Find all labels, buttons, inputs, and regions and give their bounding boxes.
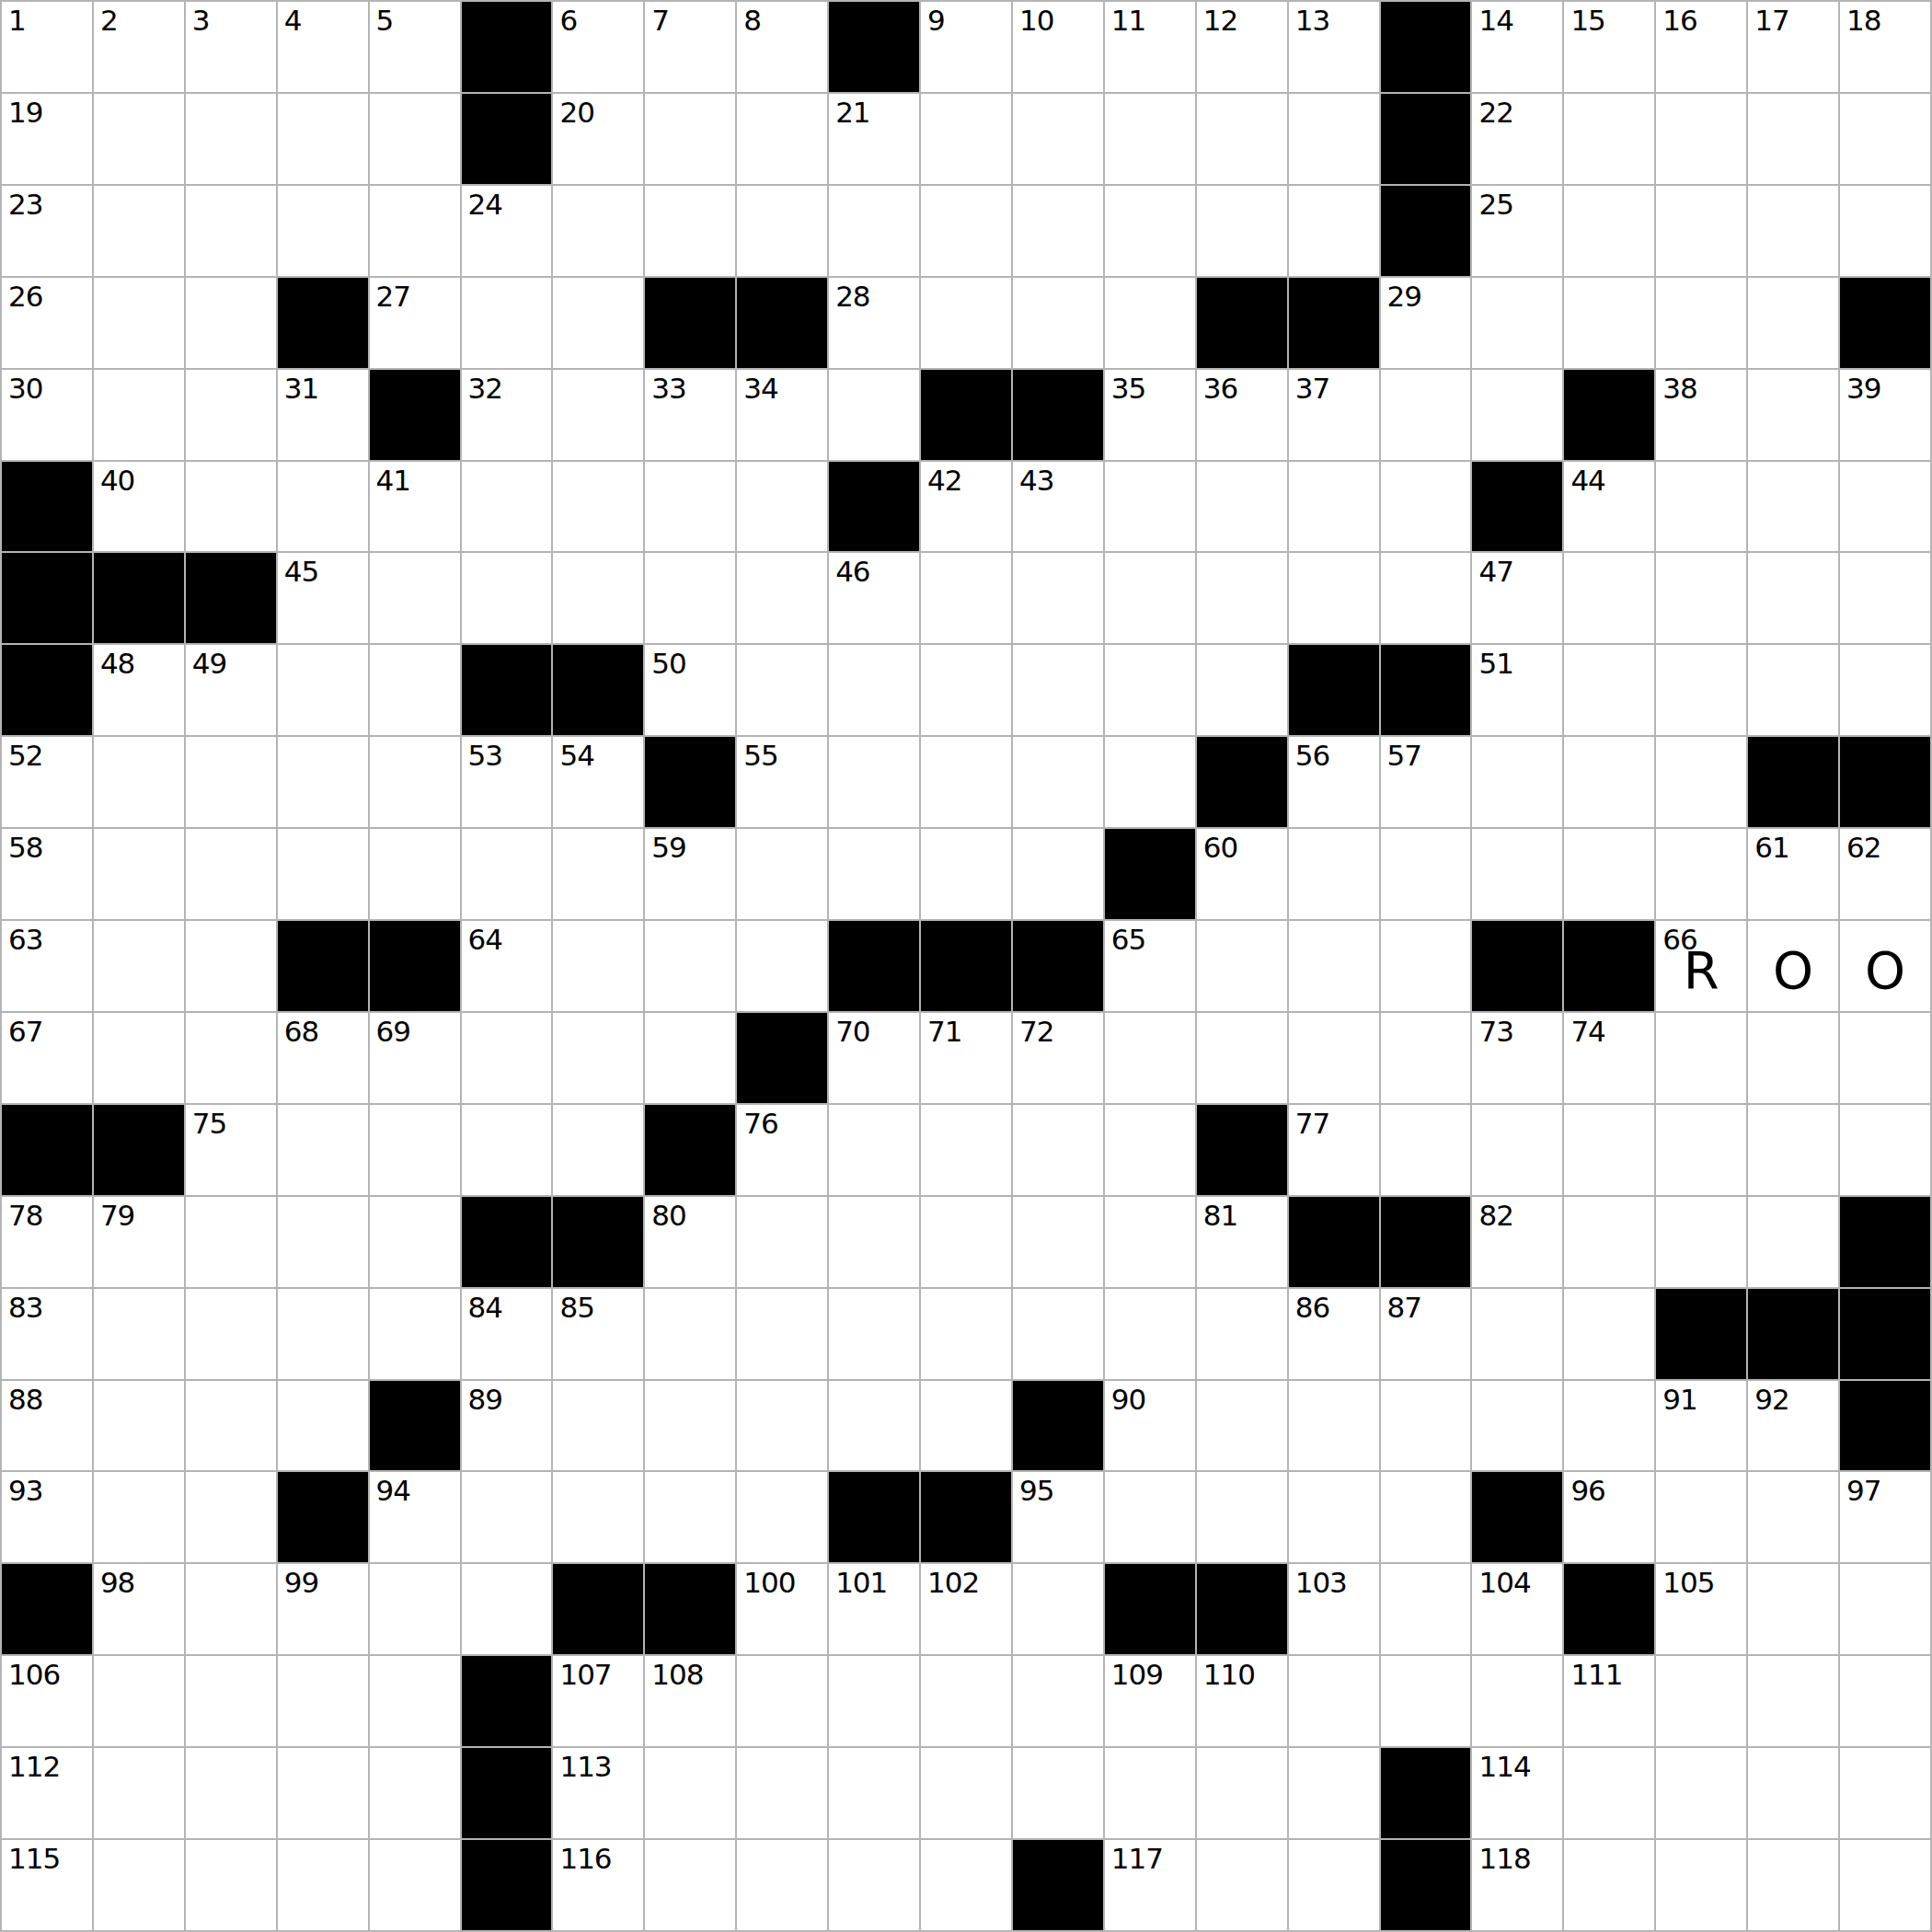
cell-r8c19[interactable] [1656,645,1748,737]
cell-r14c18[interactable] [1564,1197,1656,1289]
cell-r18c6[interactable] [462,1564,554,1656]
cell-r17c16[interactable] [1381,1472,1473,1564]
cell-r10c1[interactable]: 58 [2,829,94,921]
cell-r15c4[interactable] [278,1289,370,1381]
cell-r6c8[interactable] [645,462,737,554]
cell-r19c7[interactable]: 107 [553,1656,645,1748]
cell-r1c11[interactable]: 9 [921,2,1013,94]
cell-r14c13[interactable] [1105,1197,1197,1289]
cell-r11c6[interactable]: 64 [462,921,554,1013]
cell-r3c15[interactable] [1289,186,1381,278]
cell-r15c7[interactable]: 85 [553,1289,645,1381]
cell-r10c7[interactable] [553,829,645,921]
cell-r6c14[interactable] [1197,462,1289,554]
cell-r4c6[interactable] [462,278,554,370]
cell-r7c21[interactable] [1840,553,1932,645]
cell-r12c5[interactable]: 69 [370,1013,462,1105]
cell-r8c3[interactable]: 49 [186,645,278,737]
cell-r2c19[interactable] [1656,94,1748,186]
cell-r19c9[interactable] [737,1656,829,1748]
cell-r3c1[interactable]: 23 [2,186,94,278]
cell-r20c12[interactable] [1013,1748,1105,1840]
cell-r12c14[interactable] [1197,1013,1289,1105]
cell-r6c20[interactable] [1748,462,1840,554]
cell-r3c12[interactable] [1013,186,1105,278]
cell-r19c10[interactable] [829,1656,921,1748]
cell-r2c5[interactable] [370,94,462,186]
cell-r21c21[interactable] [1840,1840,1932,1932]
cell-r21c10[interactable] [829,1840,921,1932]
cell-r14c10[interactable] [829,1197,921,1289]
cell-r3c21[interactable] [1840,186,1932,278]
cell-r13c16[interactable] [1381,1105,1473,1197]
cell-r5c21[interactable]: 39 [1840,370,1932,462]
cell-r10c10[interactable] [829,829,921,921]
cell-r17c5[interactable]: 94 [370,1472,462,1564]
cell-r9c19[interactable] [1656,737,1748,829]
cell-r21c8[interactable] [645,1840,737,1932]
cell-r18c19[interactable]: 105 [1656,1564,1748,1656]
cell-r3c6[interactable]: 24 [462,186,554,278]
cell-r12c8[interactable] [645,1013,737,1105]
cell-r19c21[interactable] [1840,1656,1932,1748]
cell-r2c15[interactable] [1289,94,1381,186]
cell-r4c18[interactable] [1564,278,1656,370]
cell-r8c17[interactable]: 51 [1472,645,1564,737]
cell-r11c8[interactable] [645,921,737,1013]
cell-r16c11[interactable] [921,1381,1013,1473]
cell-r18c12[interactable] [1013,1564,1105,1656]
cell-r18c21[interactable] [1840,1564,1932,1656]
cell-r17c13[interactable] [1105,1472,1197,1564]
cell-r10c15[interactable] [1289,829,1381,921]
cell-r3c14[interactable] [1197,186,1289,278]
cell-r13c12[interactable] [1013,1105,1105,1197]
cell-r6c12[interactable]: 43 [1013,462,1105,554]
cell-r13c5[interactable] [370,1105,462,1197]
cell-r10c8[interactable]: 59 [645,829,737,921]
cell-r8c18[interactable] [1564,645,1656,737]
cell-r20c14[interactable] [1197,1748,1289,1840]
cell-r6c21[interactable] [1840,462,1932,554]
cell-r17c8[interactable] [645,1472,737,1564]
cell-r15c3[interactable] [186,1289,278,1381]
cell-r8c5[interactable] [370,645,462,737]
cell-r10c4[interactable] [278,829,370,921]
cell-r14c8[interactable]: 80 [645,1197,737,1289]
cell-r13c18[interactable] [1564,1105,1656,1197]
cell-r7c11[interactable] [921,553,1013,645]
cell-r5c19[interactable]: 38 [1656,370,1748,462]
cell-r1c19[interactable]: 16 [1656,2,1748,94]
cell-r16c14[interactable] [1197,1381,1289,1473]
cell-r10c11[interactable] [921,829,1013,921]
cell-r19c5[interactable] [370,1656,462,1748]
cell-r7c14[interactable] [1197,553,1289,645]
cell-r20c7[interactable]: 113 [553,1748,645,1840]
cell-r2c20[interactable] [1748,94,1840,186]
cell-r5c15[interactable]: 37 [1289,370,1381,462]
cell-r1c15[interactable]: 13 [1289,2,1381,94]
cell-r12c10[interactable]: 70 [829,1013,921,1105]
cell-r7c8[interactable] [645,553,737,645]
cell-r13c7[interactable] [553,1105,645,1197]
cell-r19c12[interactable] [1013,1656,1105,1748]
cell-r15c15[interactable]: 86 [1289,1289,1381,1381]
cell-r4c7[interactable] [553,278,645,370]
cell-r7c19[interactable] [1656,553,1748,645]
cell-r1c13[interactable]: 11 [1105,2,1197,94]
cell-r20c19[interactable] [1656,1748,1748,1840]
cell-r17c7[interactable] [553,1472,645,1564]
cell-r8c13[interactable] [1105,645,1197,737]
cell-r18c5[interactable] [370,1564,462,1656]
cell-r17c9[interactable] [737,1472,829,1564]
cell-r2c1[interactable]: 19 [2,94,94,186]
cell-r12c21[interactable] [1840,1013,1932,1105]
cell-r2c2[interactable] [94,94,186,186]
cell-r13c19[interactable] [1656,1105,1748,1197]
cell-r9c17[interactable] [1472,737,1564,829]
cell-r9c1[interactable]: 52 [2,737,94,829]
cell-r2c9[interactable] [737,94,829,186]
cell-r2c18[interactable] [1564,94,1656,186]
cell-r6c2[interactable]: 40 [94,462,186,554]
cell-r6c19[interactable] [1656,462,1748,554]
cell-r20c21[interactable] [1840,1748,1932,1840]
cell-r4c13[interactable] [1105,278,1197,370]
cell-r1c17[interactable]: 14 [1472,2,1564,94]
cell-r19c18[interactable]: 111 [1564,1656,1656,1748]
cell-r12c11[interactable]: 71 [921,1013,1013,1105]
cell-r10c18[interactable] [1564,829,1656,921]
cell-r15c17[interactable] [1472,1289,1564,1381]
cell-r12c2[interactable] [94,1013,186,1105]
cell-r11c21[interactable]: O [1840,921,1932,1013]
cell-r11c7[interactable] [553,921,645,1013]
cell-r5c1[interactable]: 30 [2,370,94,462]
cell-r5c2[interactable] [94,370,186,462]
cell-r6c7[interactable] [553,462,645,554]
cell-r20c18[interactable] [1564,1748,1656,1840]
cell-r15c2[interactable] [94,1289,186,1381]
cell-r21c2[interactable] [94,1840,186,1932]
cell-r2c21[interactable] [1840,94,1932,186]
cell-r5c20[interactable] [1748,370,1840,462]
cell-r14c11[interactable] [921,1197,1013,1289]
cell-r6c6[interactable] [462,462,554,554]
cell-r14c19[interactable] [1656,1197,1748,1289]
cell-r7c4[interactable]: 45 [278,553,370,645]
cell-r3c20[interactable] [1748,186,1840,278]
cell-r19c1[interactable]: 106 [2,1656,94,1748]
cell-r19c17[interactable] [1472,1656,1564,1748]
cell-r17c19[interactable] [1656,1472,1748,1564]
cell-r12c3[interactable] [186,1013,278,1105]
cell-r20c13[interactable] [1105,1748,1197,1840]
cell-r11c16[interactable] [1381,921,1473,1013]
cell-r4c12[interactable] [1013,278,1105,370]
cell-r10c20[interactable]: 61 [1748,829,1840,921]
cell-r4c5[interactable]: 27 [370,278,462,370]
cell-r13c21[interactable] [1840,1105,1932,1197]
cell-r10c14[interactable]: 60 [1197,829,1289,921]
cell-r8c11[interactable] [921,645,1013,737]
cell-r19c19[interactable] [1656,1656,1748,1748]
cell-r13c6[interactable] [462,1105,554,1197]
cell-r8c10[interactable] [829,645,921,737]
cell-r6c15[interactable] [1289,462,1381,554]
cell-r12c7[interactable] [553,1013,645,1105]
cell-r19c14[interactable]: 110 [1197,1656,1289,1748]
cell-r21c11[interactable] [921,1840,1013,1932]
cell-r5c7[interactable] [553,370,645,462]
cell-r21c19[interactable] [1656,1840,1748,1932]
cell-r3c17[interactable]: 25 [1472,186,1564,278]
cell-r12c4[interactable]: 68 [278,1013,370,1105]
cell-r20c5[interactable] [370,1748,462,1840]
cell-r14c1[interactable]: 78 [2,1197,94,1289]
cell-r7c15[interactable] [1289,553,1381,645]
cell-r12c20[interactable] [1748,1013,1840,1105]
cell-r21c17[interactable]: 118 [1472,1840,1564,1932]
cell-r11c14[interactable] [1197,921,1289,1013]
cell-r1c3[interactable]: 3 [186,2,278,94]
cell-r13c11[interactable] [921,1105,1013,1197]
cell-r2c12[interactable] [1013,94,1105,186]
cell-r10c2[interactable] [94,829,186,921]
cell-r1c21[interactable]: 18 [1840,2,1932,94]
cell-r2c14[interactable] [1197,94,1289,186]
cell-r20c20[interactable] [1748,1748,1840,1840]
cell-r9c13[interactable] [1105,737,1197,829]
cell-r3c2[interactable] [94,186,186,278]
cell-r8c2[interactable]: 48 [94,645,186,737]
cell-r8c8[interactable]: 50 [645,645,737,737]
cell-r9c5[interactable] [370,737,462,829]
cell-r13c15[interactable]: 77 [1289,1105,1381,1197]
cell-r3c13[interactable] [1105,186,1197,278]
cell-r2c8[interactable] [645,94,737,186]
cell-r5c10[interactable] [829,370,921,462]
cell-r19c2[interactable] [94,1656,186,1748]
cell-r20c2[interactable] [94,1748,186,1840]
cell-r6c3[interactable] [186,462,278,554]
cell-r2c17[interactable]: 22 [1472,94,1564,186]
cell-r5c6[interactable]: 32 [462,370,554,462]
cell-r4c10[interactable]: 28 [829,278,921,370]
cell-r12c19[interactable] [1656,1013,1748,1105]
cell-r14c4[interactable] [278,1197,370,1289]
cell-r7c17[interactable]: 47 [1472,553,1564,645]
cell-r16c15[interactable] [1289,1381,1381,1473]
cell-r18c16[interactable] [1381,1564,1473,1656]
cell-r13c9[interactable]: 76 [737,1105,829,1197]
cell-r14c14[interactable]: 81 [1197,1197,1289,1289]
cell-r3c8[interactable] [645,186,737,278]
cell-r2c3[interactable] [186,94,278,186]
cell-r5c8[interactable]: 33 [645,370,737,462]
cell-r17c18[interactable]: 96 [1564,1472,1656,1564]
cell-r18c20[interactable] [1748,1564,1840,1656]
cell-r4c17[interactable] [1472,278,1564,370]
cell-r13c4[interactable] [278,1105,370,1197]
cell-r16c9[interactable] [737,1381,829,1473]
cell-r18c15[interactable]: 103 [1289,1564,1381,1656]
cell-r14c5[interactable] [370,1197,462,1289]
cell-r10c5[interactable] [370,829,462,921]
cell-r11c1[interactable]: 63 [2,921,94,1013]
cell-r12c16[interactable] [1381,1013,1473,1105]
cell-r21c5[interactable] [370,1840,462,1932]
cell-r16c8[interactable] [645,1381,737,1473]
cell-r6c16[interactable] [1381,462,1473,554]
cell-r1c5[interactable]: 5 [370,2,462,94]
cell-r14c9[interactable] [737,1197,829,1289]
cell-r1c20[interactable]: 17 [1748,2,1840,94]
cell-r3c5[interactable] [370,186,462,278]
cell-r3c18[interactable] [1564,186,1656,278]
cell-r10c3[interactable] [186,829,278,921]
cell-r9c12[interactable] [1013,737,1105,829]
cell-r16c2[interactable] [94,1381,186,1473]
cell-r15c9[interactable] [737,1289,829,1381]
cell-r21c20[interactable] [1748,1840,1840,1932]
cell-r20c1[interactable]: 112 [2,1748,94,1840]
cell-r21c14[interactable] [1197,1840,1289,1932]
cell-r16c4[interactable] [278,1381,370,1473]
cell-r11c3[interactable] [186,921,278,1013]
cell-r18c17[interactable]: 104 [1472,1564,1564,1656]
cell-r17c2[interactable] [94,1472,186,1564]
cell-r14c20[interactable] [1748,1197,1840,1289]
cell-r9c9[interactable]: 55 [737,737,829,829]
cell-r20c3[interactable] [186,1748,278,1840]
cell-r18c10[interactable]: 101 [829,1564,921,1656]
cell-r15c6[interactable]: 84 [462,1289,554,1381]
cell-r5c3[interactable] [186,370,278,462]
cell-r7c12[interactable] [1013,553,1105,645]
cell-r16c6[interactable]: 89 [462,1381,554,1473]
cell-r4c2[interactable] [94,278,186,370]
cell-r16c1[interactable]: 88 [2,1381,94,1473]
cell-r9c11[interactable] [921,737,1013,829]
cell-r15c10[interactable] [829,1289,921,1381]
cell-r8c12[interactable] [1013,645,1105,737]
cell-r15c11[interactable] [921,1289,1013,1381]
cell-r5c14[interactable]: 36 [1197,370,1289,462]
cell-r11c2[interactable] [94,921,186,1013]
cell-r13c3[interactable]: 75 [186,1105,278,1197]
cell-r4c20[interactable] [1748,278,1840,370]
cell-r11c13[interactable]: 65 [1105,921,1197,1013]
cell-r16c19[interactable]: 91 [1656,1381,1748,1473]
cell-r6c11[interactable]: 42 [921,462,1013,554]
cell-r21c9[interactable] [737,1840,829,1932]
cell-r19c15[interactable] [1289,1656,1381,1748]
cell-r4c19[interactable] [1656,278,1748,370]
cell-r17c6[interactable] [462,1472,554,1564]
cell-r10c17[interactable] [1472,829,1564,921]
cell-r10c16[interactable] [1381,829,1473,921]
cell-r12c15[interactable] [1289,1013,1381,1105]
cell-r9c18[interactable] [1564,737,1656,829]
cell-r17c12[interactable]: 95 [1013,1472,1105,1564]
cell-r5c13[interactable]: 35 [1105,370,1197,462]
cell-r16c18[interactable] [1564,1381,1656,1473]
cell-r11c20[interactable]: O [1748,921,1840,1013]
cell-r4c3[interactable] [186,278,278,370]
cell-r1c1[interactable]: 1 [2,2,94,94]
cell-r18c9[interactable]: 100 [737,1564,829,1656]
cell-r5c4[interactable]: 31 [278,370,370,462]
cell-r7c10[interactable]: 46 [829,553,921,645]
cell-r9c16[interactable]: 57 [1381,737,1473,829]
cell-r20c11[interactable] [921,1748,1013,1840]
cell-r20c4[interactable] [278,1748,370,1840]
cell-r10c9[interactable] [737,829,829,921]
cell-r19c16[interactable] [1381,1656,1473,1748]
cell-r15c16[interactable]: 87 [1381,1289,1473,1381]
cell-r20c8[interactable] [645,1748,737,1840]
cell-r3c19[interactable] [1656,186,1748,278]
cell-r4c11[interactable] [921,278,1013,370]
cell-r12c6[interactable] [462,1013,554,1105]
cell-r14c12[interactable] [1013,1197,1105,1289]
cell-r16c10[interactable] [829,1381,921,1473]
cell-r15c14[interactable] [1197,1289,1289,1381]
cell-r9c4[interactable] [278,737,370,829]
cell-r2c10[interactable]: 21 [829,94,921,186]
cell-r13c17[interactable] [1472,1105,1564,1197]
cell-r3c3[interactable] [186,186,278,278]
cell-r9c7[interactable]: 54 [553,737,645,829]
cell-r17c20[interactable] [1748,1472,1840,1564]
cell-r1c18[interactable]: 15 [1564,2,1656,94]
cell-r15c5[interactable] [370,1289,462,1381]
cell-r1c12[interactable]: 10 [1013,2,1105,94]
cell-r13c20[interactable] [1748,1105,1840,1197]
cell-r9c10[interactable] [829,737,921,829]
cell-r21c15[interactable] [1289,1840,1381,1932]
cell-r2c7[interactable]: 20 [553,94,645,186]
cell-r21c18[interactable] [1564,1840,1656,1932]
cell-r13c10[interactable] [829,1105,921,1197]
cell-r5c17[interactable] [1472,370,1564,462]
cell-r16c16[interactable] [1381,1381,1473,1473]
cell-r7c20[interactable] [1748,553,1840,645]
cell-r7c5[interactable] [370,553,462,645]
cell-r11c19[interactable]: 66R [1656,921,1748,1013]
cell-r11c9[interactable] [737,921,829,1013]
cell-r2c11[interactable] [921,94,1013,186]
cell-r7c7[interactable] [553,553,645,645]
cell-r21c13[interactable]: 117 [1105,1840,1197,1932]
cell-r6c9[interactable] [737,462,829,554]
cell-r21c4[interactable] [278,1840,370,1932]
cell-r17c1[interactable]: 93 [2,1472,94,1564]
cell-r14c17[interactable]: 82 [1472,1197,1564,1289]
cell-r20c17[interactable]: 114 [1472,1748,1564,1840]
cell-r14c2[interactable]: 79 [94,1197,186,1289]
cell-r12c18[interactable]: 74 [1564,1013,1656,1105]
cell-r8c4[interactable] [278,645,370,737]
cell-r19c11[interactable] [921,1656,1013,1748]
cell-r6c13[interactable] [1105,462,1197,554]
cell-r8c9[interactable] [737,645,829,737]
cell-r10c12[interactable] [1013,829,1105,921]
cell-r3c7[interactable] [553,186,645,278]
